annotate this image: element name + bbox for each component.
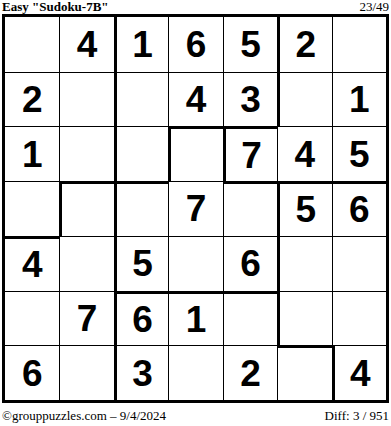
- cell-r2c7: 1: [332, 72, 386, 127]
- cell-r6c7: [332, 291, 386, 346]
- cell-r3c7: 5: [332, 126, 386, 181]
- cell-r7c2: [59, 345, 113, 400]
- puzzle-title: Easy "Sudoku-7B": [2, 0, 109, 13]
- cell-r2c5: 3: [223, 72, 277, 127]
- page-footer: ©grouppuzzles.com – 9/4/2024 Diff: 3 / 9…: [2, 407, 389, 423]
- cell-r7c7: 4: [332, 345, 386, 400]
- difficulty-label: Diff: 3 / 951: [325, 409, 389, 423]
- cell-r5c4: [168, 236, 222, 291]
- cell-r4c5: [223, 181, 277, 236]
- cell-r4c2: [59, 181, 113, 236]
- cell-r1c6: 2: [277, 17, 331, 72]
- cell-r4c7: 6: [332, 181, 386, 236]
- cell-r1c2: 4: [59, 17, 113, 72]
- cell-r6c1: [5, 291, 59, 346]
- cell-r2c3: [114, 72, 168, 127]
- cell-r2c2: [59, 72, 113, 127]
- cell-r5c3: 5: [114, 236, 168, 291]
- cell-r3c6: 4: [277, 126, 331, 181]
- cell-r6c6: [277, 291, 331, 346]
- cell-r2c4: 4: [168, 72, 222, 127]
- page-header: Easy "Sudoku-7B" 23/49: [2, 0, 389, 14]
- cell-r7c6: [277, 345, 331, 400]
- cell-r5c5: 6: [223, 236, 277, 291]
- cell-r6c5: [223, 291, 277, 346]
- cell-r3c4: [168, 126, 222, 181]
- cell-r6c4: 1: [168, 291, 222, 346]
- puzzle-progress-counter: 23/49: [359, 0, 389, 13]
- cell-r3c2: [59, 126, 113, 181]
- cell-r4c4: 7: [168, 181, 222, 236]
- cell-r3c1: 1: [5, 126, 59, 181]
- cell-r7c4: [168, 345, 222, 400]
- cell-r6c2: 7: [59, 291, 113, 346]
- cell-r3c3: [114, 126, 168, 181]
- cell-r3c5: 7: [223, 126, 277, 181]
- cell-r2c1: 2: [5, 72, 59, 127]
- cell-r4c6: 5: [277, 181, 331, 236]
- copyright-credit: ©grouppuzzles.com – 9/4/2024: [2, 409, 166, 423]
- cell-r5c1: 4: [5, 236, 59, 291]
- cell-r1c4: 6: [168, 17, 222, 72]
- cell-r5c6: [277, 236, 331, 291]
- cell-r7c5: 2: [223, 345, 277, 400]
- cell-r1c7: [332, 17, 386, 72]
- cell-r5c7: [332, 236, 386, 291]
- cell-r5c2: [59, 236, 113, 291]
- cell-r2c6: [277, 72, 331, 127]
- cell-r7c3: 3: [114, 345, 168, 400]
- cell-r7c1: 6: [5, 345, 59, 400]
- cell-r1c5: 5: [223, 17, 277, 72]
- cell-r4c3: [114, 181, 168, 236]
- cell-r1c1: [5, 17, 59, 72]
- cell-r4c1: [5, 181, 59, 236]
- cell-r1c3: 1: [114, 17, 168, 72]
- sudoku-board: 41652243117457564567616324: [2, 14, 389, 403]
- cell-r6c3: 6: [114, 291, 168, 346]
